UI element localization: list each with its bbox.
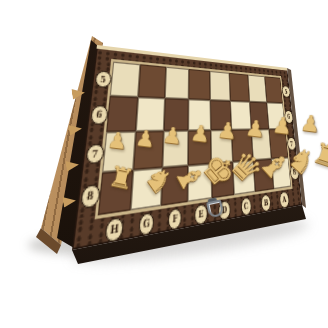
white-rook: ♜	[309, 138, 328, 172]
white-pawn: ♟	[299, 111, 321, 135]
board-square-e5	[188, 69, 210, 100]
white-pawn: ♟	[161, 124, 183, 148]
rank-label-right-5: 5	[281, 85, 290, 98]
backgammon-point	[68, 123, 82, 136]
metal-clasp	[205, 197, 222, 216]
backgammon-point	[65, 159, 79, 172]
board-square-h5	[110, 62, 141, 97]
white-pawn: ♟	[244, 116, 266, 140]
board-square-a5	[264, 76, 282, 102]
white-pawn: ♟	[189, 121, 211, 145]
white-pawn: ♟	[271, 114, 293, 138]
white-pawn: ♟	[106, 129, 128, 153]
board-square-f5	[164, 67, 188, 99]
backgammon-point	[62, 195, 76, 208]
board-square-g5	[138, 64, 165, 97]
backgammon-point	[71, 87, 85, 100]
board-square-d5	[210, 71, 231, 100]
white-pawn: ♟	[216, 119, 238, 143]
white-pawn: ♟	[134, 126, 156, 150]
board-square-c5	[229, 73, 249, 101]
product-photo-chess-set: 55667788HGFEDCBA ♟♟♟♟♟♟♟♟♜♞♝♚♛♝♞♜	[0, 0, 328, 328]
